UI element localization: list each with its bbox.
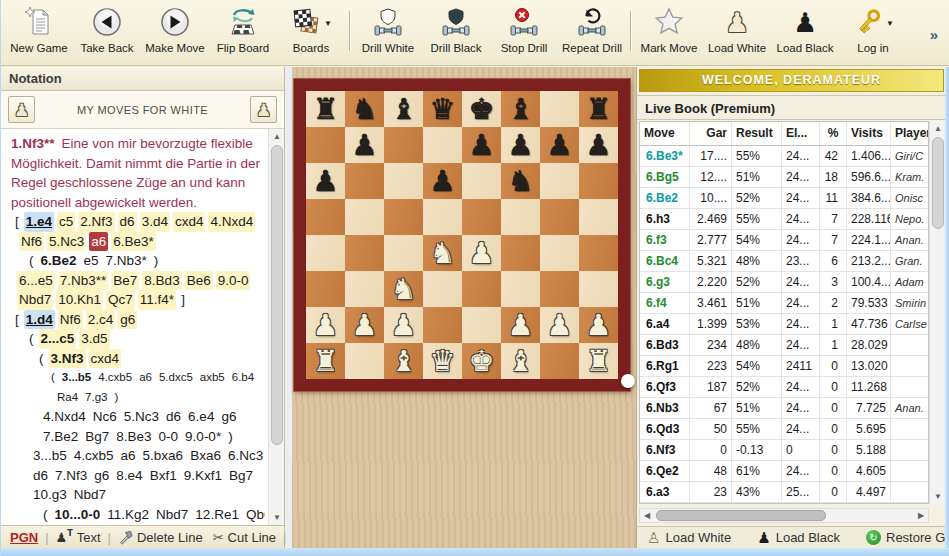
toolbar-button-new-game[interactable]: New Game bbox=[5, 3, 73, 55]
notation-line: Möglichkeit. Damit nimmt die Partie in d… bbox=[5, 154, 265, 174]
notation-move[interactable]: 5.Nc3 bbox=[122, 407, 161, 427]
app-window: New GameTake BackMake MoveFlip Board▼Boa… bbox=[0, 0, 949, 556]
white-pawn[interactable]: ♟ bbox=[352, 307, 378, 343]
square-d8[interactable]: ♛ bbox=[423, 91, 462, 127]
square-g6[interactable] bbox=[540, 163, 579, 199]
notation-move[interactable]: ) bbox=[152, 251, 161, 271]
square-h3[interactable] bbox=[579, 271, 618, 307]
players-cell bbox=[891, 482, 928, 502]
notation-move[interactable]: [ bbox=[13, 212, 21, 232]
square-e2[interactable] bbox=[462, 307, 501, 343]
square-f6[interactable]: ♞ bbox=[501, 163, 540, 199]
live-book-row[interactable]: 6.Bc45.32148%23...6213.2...Gran. bbox=[640, 251, 928, 272]
notation-move[interactable]: 3...b5 bbox=[60, 368, 93, 388]
scroll-up-icon[interactable]: ▲ bbox=[930, 121, 946, 136]
column-header-result[interactable]: Result bbox=[732, 122, 782, 145]
notation-move[interactable]: 1.d4 bbox=[24, 310, 55, 330]
notation-move[interactable]: 2...c5 bbox=[39, 329, 77, 349]
black-pawn[interactable]: ♟ bbox=[469, 127, 495, 163]
black-queen[interactable]: ♛ bbox=[430, 91, 456, 127]
games-cell: 23 bbox=[690, 482, 732, 502]
square-g5[interactable] bbox=[540, 199, 579, 235]
notation-move[interactable]: 6.b4 bbox=[230, 368, 256, 388]
notation-move[interactable]: Bxf1 bbox=[148, 466, 179, 486]
square-c8[interactable]: ♝ bbox=[384, 91, 423, 127]
square-h4[interactable] bbox=[579, 235, 618, 271]
visits-cell: 5.188 bbox=[847, 440, 891, 460]
games-cell: 67 bbox=[690, 398, 732, 418]
result-cell: 53% bbox=[732, 314, 782, 334]
notation-move[interactable]: 3.Nf3 bbox=[49, 349, 86, 369]
live-book-row[interactable]: 6.Nf30-0.13005.188 bbox=[640, 440, 928, 461]
white-pawn[interactable]: ♟ bbox=[586, 307, 612, 343]
live-book-row[interactable]: 6.Bd323448%24...128.029 bbox=[640, 335, 928, 356]
notation-move[interactable]: a6 bbox=[137, 368, 154, 388]
notation-move[interactable]: 4.Nxd4 bbox=[208, 212, 255, 232]
result-cell: 55% bbox=[732, 419, 782, 439]
elo-cell: 2411 bbox=[782, 356, 820, 376]
notation-move[interactable]: 5.Nc3 bbox=[47, 232, 86, 252]
column-header-gar[interactable]: Gar bbox=[690, 122, 732, 145]
black-pawn[interactable]: ♟ bbox=[586, 127, 612, 163]
notation-move[interactable]: d6 bbox=[164, 407, 183, 427]
square-b6[interactable] bbox=[345, 163, 384, 199]
notation-scrollbar[interactable]: ▲ ▼ bbox=[268, 129, 284, 525]
notation-move[interactable]: cxd4 bbox=[173, 212, 206, 232]
black-bishop[interactable]: ♝ bbox=[508, 91, 534, 127]
square-a6[interactable]: ♟ bbox=[306, 163, 345, 199]
notation-move[interactable]: 1.e4 bbox=[24, 212, 54, 232]
notation-move[interactable]: 11.f4* bbox=[138, 290, 176, 310]
black-rook[interactable]: ♜ bbox=[586, 91, 612, 127]
square-b5[interactable] bbox=[345, 199, 384, 235]
live-book-row[interactable]: 6.Qf318752%24...011.268 bbox=[640, 377, 928, 398]
move-cell: 6.h3 bbox=[640, 209, 690, 229]
notation-move[interactable]: Nc6 bbox=[91, 407, 119, 427]
square-e4[interactable]: ♟ bbox=[462, 235, 501, 271]
players-cell: Anan. bbox=[891, 230, 928, 250]
live-book-row[interactable]: 6.a32343%25...04.497 bbox=[640, 482, 928, 503]
notation-move[interactable]: 7.Nb3* bbox=[104, 251, 149, 271]
visits-cell: 1.406... bbox=[847, 146, 891, 166]
toolbar-overflow-button[interactable]: » bbox=[930, 26, 944, 43]
load-black-icon: ♟ bbox=[793, 7, 817, 39]
notation-move[interactable]: ( bbox=[37, 349, 46, 369]
square-h1[interactable]: ♜ bbox=[579, 343, 618, 379]
square-g1[interactable] bbox=[540, 343, 579, 379]
games-cell: 3.461 bbox=[690, 293, 732, 313]
delete-line-button[interactable]: Delete Line bbox=[118, 530, 203, 545]
square-h2[interactable]: ♟ bbox=[579, 307, 618, 343]
square-a7[interactable] bbox=[306, 127, 345, 163]
move-cell: 6.Be2 bbox=[640, 188, 690, 208]
toolbar-button-drill-white[interactable]: Drill White bbox=[354, 3, 422, 55]
players-cell: Carlse bbox=[891, 314, 928, 334]
games-cell: 5.321 bbox=[690, 251, 732, 271]
notation-move[interactable]: 7.Nb3** bbox=[58, 271, 109, 291]
square-d2[interactable] bbox=[423, 307, 462, 343]
notation-move[interactable]: Ra4 bbox=[55, 388, 80, 408]
scrollbar-thumb[interactable] bbox=[271, 145, 283, 445]
notation-comment: positionell abgewickelt werden. bbox=[9, 193, 199, 213]
notation-move[interactable]: ( bbox=[49, 368, 57, 388]
notation-move[interactable]: 10.Kh1 bbox=[56, 290, 103, 310]
square-e1[interactable]: ♚ bbox=[462, 343, 501, 379]
chess-board: ♜♞♝♛♚♝♜♟♟♟♟♟♟♟♞♞♟♞♟♟♟♟♟♟♜♝♛♚♝♜ bbox=[294, 79, 630, 391]
live-book-row[interactable]: 6.Qd35055%24...05.695 bbox=[640, 419, 928, 440]
white-rook[interactable]: ♜ bbox=[586, 343, 612, 379]
black-pawn[interactable]: ♟ bbox=[430, 163, 456, 199]
black-king[interactable]: ♚ bbox=[469, 91, 495, 127]
notation-move[interactable]: ( bbox=[27, 251, 36, 271]
notation-move[interactable]: ) bbox=[226, 427, 235, 447]
notation-move[interactable]: 6.Be2 bbox=[39, 251, 79, 271]
square-f8[interactable]: ♝ bbox=[501, 91, 540, 127]
column-header-el[interactable]: El... bbox=[782, 122, 820, 145]
square-a4[interactable] bbox=[306, 235, 345, 271]
notation-move[interactable]: a6 bbox=[89, 232, 108, 252]
notation-move[interactable]: 4.cxb5 bbox=[96, 368, 134, 388]
black-pawn[interactable]: ♟ bbox=[352, 127, 378, 163]
notation-move[interactable]: 9.0-0 bbox=[216, 271, 251, 291]
white-pawn[interactable]: ♟ bbox=[508, 307, 534, 343]
square-b7[interactable]: ♟ bbox=[345, 127, 384, 163]
black-bishop[interactable]: ♝ bbox=[391, 91, 417, 127]
square-f4[interactable] bbox=[501, 235, 540, 271]
notation-move[interactable]: a6 bbox=[119, 446, 138, 466]
notation-move[interactable]: 6.Be3* bbox=[111, 232, 156, 252]
square-f3[interactable] bbox=[501, 271, 540, 307]
players-cell: Smirin bbox=[891, 293, 928, 313]
square-g7[interactable]: ♟ bbox=[540, 127, 579, 163]
toolbar-button-stop-drill[interactable]: Stop Drill bbox=[490, 3, 558, 55]
toolbar-button-label: Stop Drill bbox=[501, 42, 548, 54]
notation-move[interactable]: 3.d4 bbox=[140, 212, 170, 232]
white-repertoire-button-left[interactable]: ♟ bbox=[8, 96, 35, 123]
elo-cell: 23... bbox=[782, 251, 820, 271]
notation-move[interactable]: Nf6 bbox=[19, 232, 44, 252]
notation-move[interactable]: 4.Nxd4 bbox=[41, 407, 88, 427]
restore-game-button[interactable]: ↻Restore Game bbox=[866, 530, 949, 545]
white-rook[interactable]: ♜ bbox=[313, 343, 339, 379]
square-b8[interactable]: ♞ bbox=[345, 91, 384, 127]
notation-move[interactable]: 6...e5 bbox=[17, 271, 55, 291]
games-cell: 2.777 bbox=[690, 230, 732, 250]
square-d4[interactable]: ♞ bbox=[423, 235, 462, 271]
notation-move[interactable]: Nbd7 bbox=[72, 485, 108, 505]
cut-line-button[interactable]: ✂Cut Line bbox=[213, 530, 276, 545]
white-bishop[interactable]: ♝ bbox=[391, 343, 417, 379]
notation-move[interactable]: 4.cxb5 bbox=[72, 446, 116, 466]
notation-move[interactable]: 2.Nf3 bbox=[78, 212, 114, 232]
square-f7[interactable]: ♟ bbox=[501, 127, 540, 163]
toolbar-button-label: Make Move bbox=[145, 42, 204, 54]
square-c5[interactable] bbox=[384, 199, 423, 235]
notation-move[interactable]: 5.dxc5 bbox=[157, 368, 195, 388]
percent-cell: 7 bbox=[820, 209, 847, 229]
live-book-scrollbar[interactable]: ▲ ▼ bbox=[929, 121, 945, 504]
notation-move[interactable]: d6 bbox=[31, 466, 50, 486]
visits-cell: 11.268 bbox=[847, 377, 891, 397]
notation-move[interactable]: 8.e4 bbox=[114, 466, 144, 486]
toolbar-button-load-black[interactable]: ♟Load Black bbox=[771, 3, 839, 55]
games-cell: 187 bbox=[690, 377, 732, 397]
toolbar-button-log-in[interactable]: ▼Log in bbox=[839, 3, 907, 55]
live-book-row[interactable]: 6.g32.22052%24...3100.4...Adam bbox=[640, 272, 928, 293]
square-c4[interactable] bbox=[384, 235, 423, 271]
notation-move[interactable]: g6 bbox=[219, 407, 238, 427]
scroll-left-icon[interactable]: ◀ bbox=[640, 509, 654, 522]
white-knight[interactable]: ♞ bbox=[430, 235, 456, 271]
white-king[interactable]: ♚ bbox=[469, 343, 495, 379]
live-book-row[interactable]: 6.f43.46151%24...279.533Smirin bbox=[640, 293, 928, 314]
square-g4[interactable] bbox=[540, 235, 579, 271]
notation-move[interactable]: 6.e4 bbox=[186, 407, 216, 427]
toolbar-button-label: Repeat Drill bbox=[562, 42, 622, 54]
notation-move[interactable]: Qb6 bbox=[244, 505, 265, 525]
white-pawn[interactable]: ♟ bbox=[469, 235, 495, 271]
square-b4[interactable] bbox=[345, 235, 384, 271]
move-cell: 6.Nb3 bbox=[640, 398, 690, 418]
square-h5[interactable] bbox=[579, 199, 618, 235]
separator: | bbox=[108, 530, 111, 545]
square-b3[interactable] bbox=[345, 271, 384, 307]
scroll-up-icon[interactable]: ▲ bbox=[269, 129, 285, 144]
square-e7[interactable]: ♟ bbox=[462, 127, 501, 163]
black-pawn[interactable]: ♟ bbox=[313, 163, 339, 199]
welcome-banner: WELCOME, DERAMATEUR bbox=[639, 69, 944, 92]
percent-cell: 0 bbox=[820, 482, 847, 502]
toolbar-button-label: Mark Move bbox=[641, 42, 698, 54]
square-c7[interactable] bbox=[384, 127, 423, 163]
notation-move[interactable]: g6 bbox=[92, 466, 111, 486]
live-book-row[interactable]: 6.Nb36751%24...07.725Anan. bbox=[640, 398, 928, 419]
move-cell: 6.a4 bbox=[640, 314, 690, 334]
games-cell: 223 bbox=[690, 356, 732, 376]
notation-move[interactable]: cxd4 bbox=[89, 349, 122, 369]
scroll-right-icon[interactable]: ▶ bbox=[914, 509, 928, 522]
players-cell: Adam bbox=[891, 272, 928, 292]
live-book-row[interactable]: 6.a41.39953%24...147.736Carlse bbox=[640, 314, 928, 335]
square-a1[interactable]: ♜ bbox=[306, 343, 345, 379]
percent-cell: 1 bbox=[820, 314, 847, 334]
toolbar-button-take-back[interactable]: Take Back bbox=[73, 3, 141, 55]
move-cell: 6.Nf3 bbox=[640, 440, 690, 460]
notation-move[interactable]: d6 bbox=[118, 212, 137, 232]
column-header-players[interactable]: Players bbox=[891, 122, 928, 145]
notation-move[interactable]: 3...b5 bbox=[31, 446, 69, 466]
toolbar-button-flip-board[interactable]: Flip Board bbox=[209, 3, 277, 55]
notation-move[interactable]: [ bbox=[13, 310, 21, 330]
square-c3[interactable]: ♞ bbox=[384, 271, 423, 307]
notation-move[interactable]: Bg7 bbox=[83, 427, 111, 447]
elo-cell: 24... bbox=[782, 461, 820, 481]
white-bishop[interactable]: ♝ bbox=[508, 343, 534, 379]
notation-move[interactable]: axb5 bbox=[198, 368, 227, 388]
toolbar: New GameTake BackMake MoveFlip Board▼Boa… bbox=[1, 0, 949, 66]
toolbar-button-load-white[interactable]: ♟Load White bbox=[703, 3, 771, 55]
notation-move[interactable]: 7.Nf3 bbox=[53, 466, 89, 486]
white-pawn[interactable]: ♟ bbox=[547, 307, 573, 343]
live-book-row[interactable]: 6.Rg122354%2411013.020 bbox=[640, 356, 928, 377]
square-e8[interactable]: ♚ bbox=[462, 91, 501, 127]
white-queen[interactable]: ♛ bbox=[430, 343, 456, 379]
black-knight[interactable]: ♞ bbox=[508, 163, 534, 199]
column-header-move[interactable]: Move bbox=[640, 122, 690, 145]
elo-cell: 24... bbox=[782, 377, 820, 397]
notation-move[interactable]: g6 bbox=[118, 310, 137, 330]
live-book-row[interactable]: 6.Be210....52%24...11384.6...Onisc bbox=[640, 188, 928, 209]
notation-move[interactable]: 7.g3 bbox=[83, 388, 109, 408]
load-white-button[interactable]: ♙Load White bbox=[647, 529, 731, 547]
result-cell: 48% bbox=[732, 251, 782, 271]
black-pawn-icon: ♟ bbox=[757, 529, 770, 547]
repeat-drill-icon bbox=[576, 6, 608, 41]
load-black-button[interactable]: ♟Load Black bbox=[757, 529, 840, 547]
notation-move[interactable]: ] bbox=[179, 290, 187, 310]
square-f2[interactable]: ♟ bbox=[501, 307, 540, 343]
live-book-row[interactable]: 6.Be3*17....55%24...421.406...Giri/C bbox=[640, 146, 928, 167]
games-cell: 234 bbox=[690, 335, 732, 355]
players-cell: Nepo. bbox=[891, 209, 928, 229]
elo-cell: 24... bbox=[782, 272, 820, 292]
column-header-[interactable]: % bbox=[820, 122, 847, 145]
square-a8[interactable]: ♜ bbox=[306, 91, 345, 127]
notation-move[interactable]: Bg7 bbox=[227, 466, 255, 486]
games-cell: 10.... bbox=[690, 188, 732, 208]
percent-cell: 7 bbox=[820, 230, 847, 250]
toolbar-button-make-move[interactable]: Make Move bbox=[141, 3, 209, 55]
notation-move[interactable]: c5 bbox=[57, 212, 75, 232]
my-moves-header: ♟ MY MOVES FOR WHITE ♟ bbox=[1, 91, 284, 129]
black-pawn[interactable]: ♟ bbox=[547, 127, 573, 163]
notation-move[interactable]: 9.Kxf1 bbox=[182, 466, 224, 486]
black-knight[interactable]: ♞ bbox=[352, 91, 378, 127]
black-pawn[interactable]: ♟ bbox=[508, 127, 534, 163]
white-pawn[interactable]: ♟ bbox=[313, 307, 339, 343]
scissors-icon: ✂ bbox=[213, 530, 224, 545]
move-cell: 6.a3 bbox=[640, 482, 690, 502]
notation-move[interactable]: 12.Re1 bbox=[193, 505, 241, 525]
toolbar-button-repeat-drill[interactable]: Repeat Drill bbox=[558, 3, 626, 55]
live-book-hscrollbar[interactable]: ◀ ▶ bbox=[639, 508, 929, 523]
square-b2[interactable]: ♟ bbox=[345, 307, 384, 343]
square-h6[interactable] bbox=[579, 163, 618, 199]
scroll-down-icon[interactable]: ▼ bbox=[269, 510, 285, 525]
notation-move[interactable]: 7.Be2 bbox=[41, 427, 80, 447]
square-c2[interactable]: ♟ bbox=[384, 307, 423, 343]
square-a3[interactable] bbox=[306, 271, 345, 307]
notation-move[interactable]: ( bbox=[41, 505, 50, 525]
square-d5[interactable] bbox=[423, 199, 462, 235]
white-knight[interactable]: ♞ bbox=[391, 271, 417, 307]
notation-move[interactable]: Be7 bbox=[111, 271, 139, 291]
notation-move[interactable]: ( bbox=[27, 329, 36, 349]
square-c1[interactable]: ♝ bbox=[384, 343, 423, 379]
notation-move[interactable]: 6.Nc3 bbox=[226, 446, 265, 466]
players-cell: Giri/C bbox=[891, 146, 928, 166]
square-d7[interactable] bbox=[423, 127, 462, 163]
notation-move[interactable]: Nf6 bbox=[58, 310, 83, 330]
notation-move[interactable]: Qc7 bbox=[106, 290, 135, 310]
notation-move[interactable]: 3.d5 bbox=[79, 329, 109, 349]
notation-move[interactable]: Nbd7 bbox=[17, 290, 53, 310]
square-g2[interactable]: ♟ bbox=[540, 307, 579, 343]
notation-move[interactable]: ) bbox=[113, 388, 121, 408]
square-h7[interactable]: ♟ bbox=[579, 127, 618, 163]
live-book-row[interactable]: 6.Qe24861%24...04.605 bbox=[640, 461, 928, 482]
live-book-row[interactable]: 6.h32.46955%24...7228.116Nepo. bbox=[640, 209, 928, 230]
square-f1[interactable]: ♝ bbox=[501, 343, 540, 379]
notation-move[interactable]: 11.Kg2 bbox=[105, 505, 151, 525]
notation-move[interactable]: 8.Bd3 bbox=[142, 271, 181, 291]
panel-resize-handle[interactable] bbox=[621, 374, 635, 388]
notation-move[interactable]: 5.bxa6 bbox=[141, 446, 186, 466]
square-g3[interactable] bbox=[540, 271, 579, 307]
live-book-table: MoveGarResultEl...%VisitsPlayers6.Be3*17… bbox=[639, 121, 929, 504]
scroll-down-icon[interactable]: ▼ bbox=[930, 489, 946, 504]
square-e3[interactable] bbox=[462, 271, 501, 307]
scrollbar-thumb[interactable] bbox=[932, 137, 944, 229]
text-button[interactable]: ♟TText bbox=[56, 530, 101, 545]
games-cell: 50 bbox=[690, 419, 732, 439]
notation-move[interactable]: Bxa6 bbox=[188, 446, 223, 466]
notation-comment: Möglichkeit. Damit nimmt die Partie in d… bbox=[9, 154, 262, 174]
square-d3[interactable] bbox=[423, 271, 462, 307]
toolbar-separator bbox=[349, 11, 350, 51]
drill-white-icon bbox=[372, 6, 404, 41]
players-cell: Onisc bbox=[891, 188, 928, 208]
notation-move[interactable]: 8.Be3 bbox=[114, 427, 153, 447]
square-c6[interactable] bbox=[384, 163, 423, 199]
column-header-visits[interactable]: Visits bbox=[847, 122, 891, 145]
square-e5[interactable] bbox=[462, 199, 501, 235]
square-a5[interactable] bbox=[306, 199, 345, 235]
live-book-row[interactable]: 6.f32.77754%24...7224.1...Anan. bbox=[640, 230, 928, 251]
percent-cell: 0 bbox=[820, 440, 847, 460]
notation-move[interactable]: 9.0-0* bbox=[183, 427, 223, 447]
toolbar-button-drill-black[interactable]: Drill Black bbox=[422, 3, 490, 55]
notation-move[interactable]: Nbd7 bbox=[154, 505, 190, 525]
notation-line: Ra47.g3) bbox=[5, 388, 265, 408]
pgn-link[interactable]: PGN bbox=[10, 530, 38, 545]
square-e6[interactable] bbox=[462, 163, 501, 199]
notation-move[interactable]: e5 bbox=[82, 251, 101, 271]
notation-move[interactable]: 10...0-0 bbox=[53, 505, 103, 525]
live-book-row[interactable]: 6.Bg512....51%24...18596.6...Kram. bbox=[640, 167, 928, 188]
notation-move[interactable]: 2.c4 bbox=[86, 310, 116, 330]
white-repertoire-button-right[interactable]: ♟ bbox=[250, 96, 277, 123]
notation-move[interactable]: Be6 bbox=[185, 271, 213, 291]
square-a2[interactable]: ♟ bbox=[306, 307, 345, 343]
white-pawn[interactable]: ♟ bbox=[391, 307, 417, 343]
square-d6[interactable]: ♟ bbox=[423, 163, 462, 199]
square-g8[interactable] bbox=[540, 91, 579, 127]
toolbar-button-mark-move[interactable]: Mark Move bbox=[635, 3, 703, 55]
square-b1[interactable] bbox=[345, 343, 384, 379]
notation-move[interactable]: 0-0 bbox=[157, 427, 181, 447]
dropdown-caret-icon: ▼ bbox=[886, 19, 894, 28]
toolbar-button-boards[interactable]: ▼Boards bbox=[277, 3, 345, 55]
square-d1[interactable]: ♛ bbox=[423, 343, 462, 379]
square-h8[interactable]: ♜ bbox=[579, 91, 618, 127]
square-f5[interactable] bbox=[501, 199, 540, 235]
notation-move[interactable]: 10.g3 bbox=[31, 485, 69, 505]
scrollbar-thumb[interactable] bbox=[656, 510, 826, 521]
percent-cell: 0 bbox=[820, 419, 847, 439]
black-rook[interactable]: ♜ bbox=[313, 91, 339, 127]
visits-cell: 4.605 bbox=[847, 461, 891, 481]
